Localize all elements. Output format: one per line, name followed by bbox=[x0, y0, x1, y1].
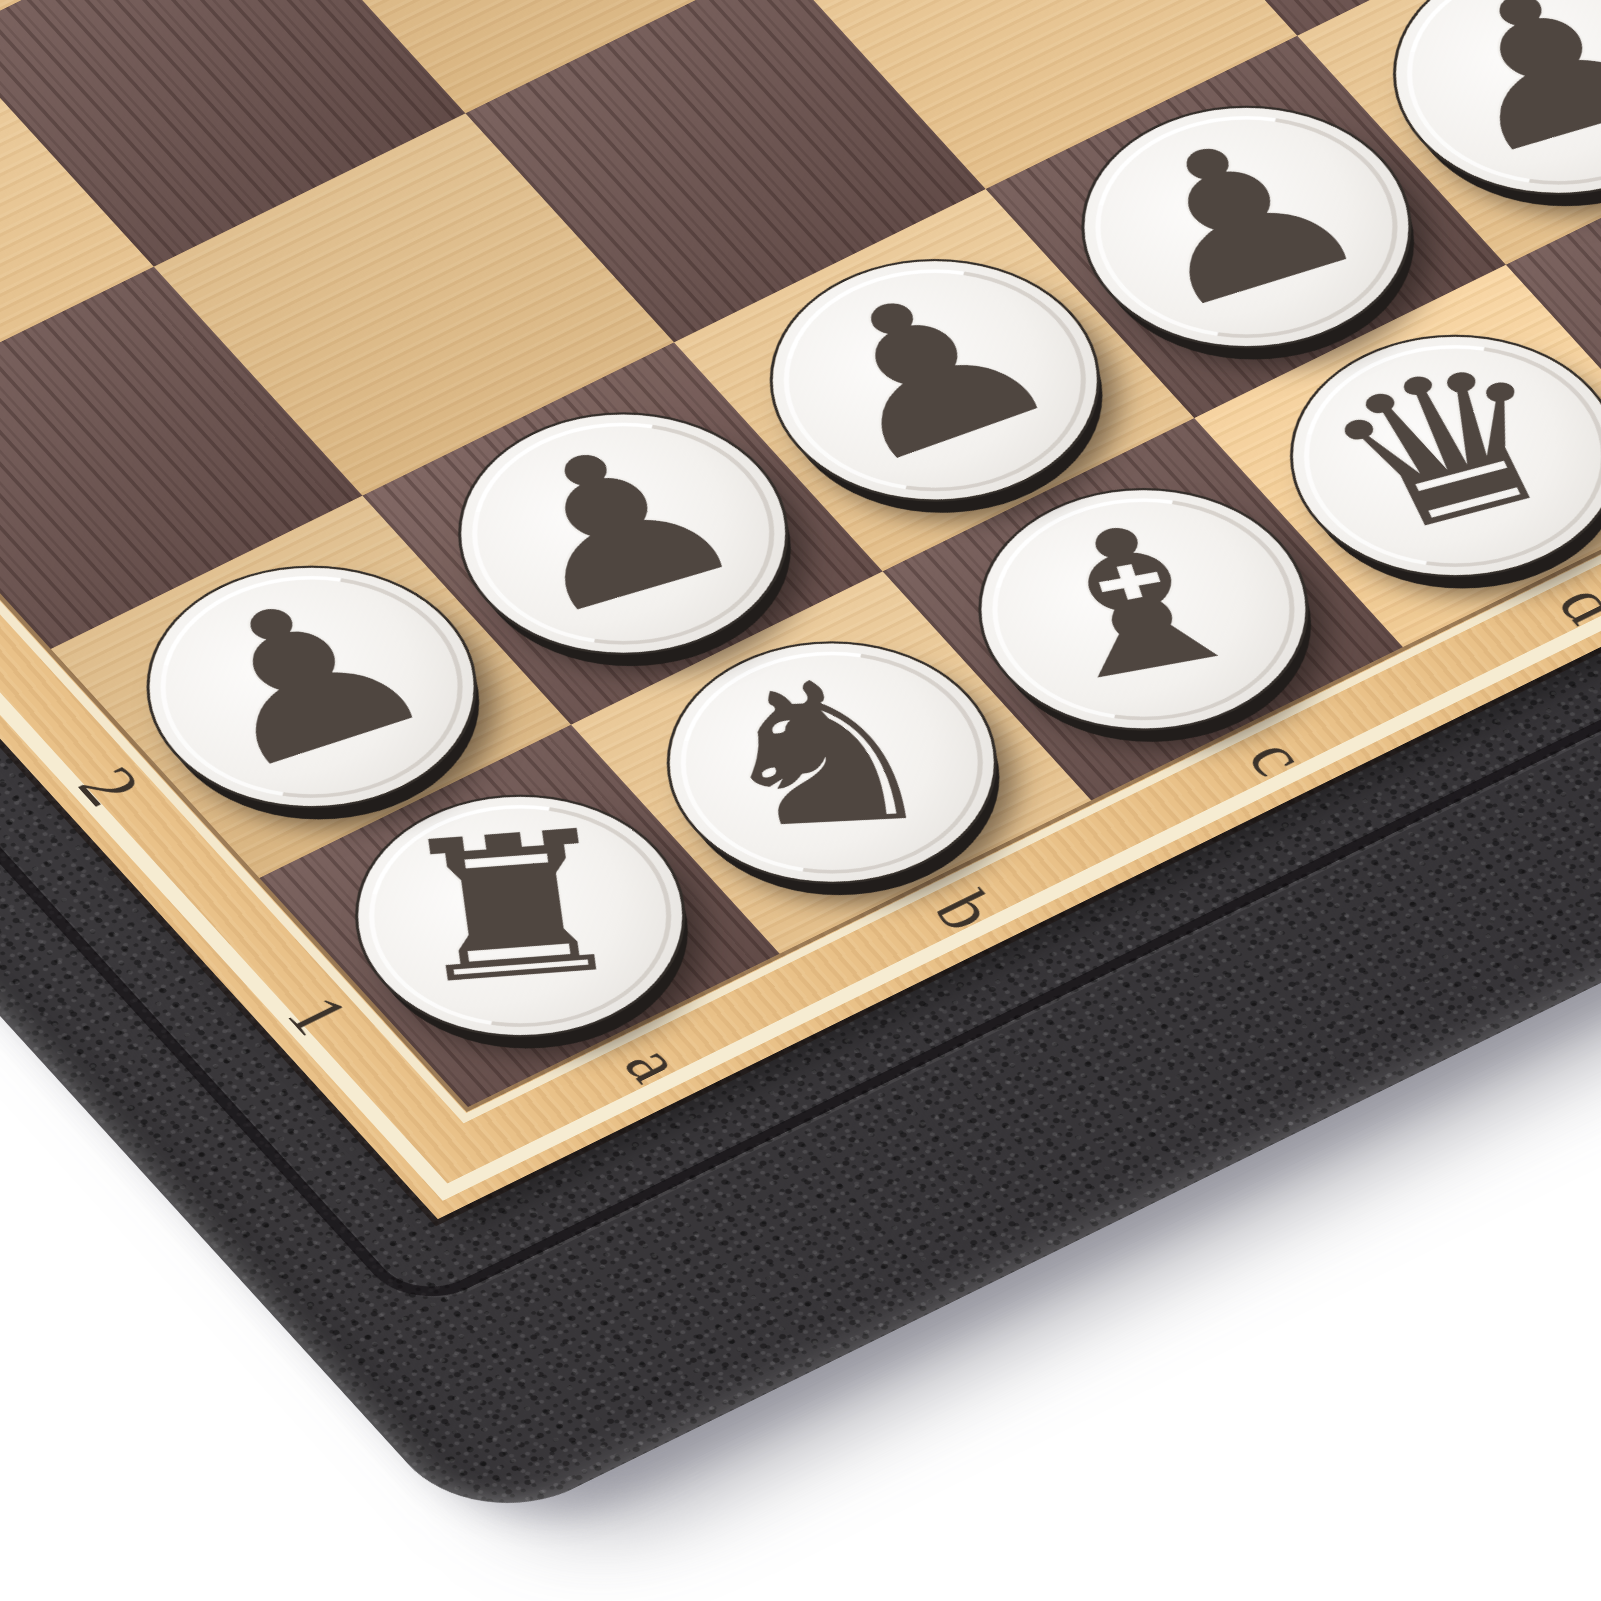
rank-label-2: 2 bbox=[65, 757, 154, 814]
board-frame: 12345678abcdefgh♜♞♝♛♟♟♟♟♟ bbox=[0, 0, 1601, 1537]
bishop-glyph: ♝ bbox=[988, 486, 1282, 717]
rook-glyph: ♜ bbox=[381, 802, 644, 1013]
rank-label-1: 1 bbox=[274, 986, 363, 1043]
knight-glyph: ♞ bbox=[696, 651, 951, 857]
file-label-d: d bbox=[1545, 575, 1601, 632]
file-label-b: b bbox=[922, 882, 1011, 939]
file-label-c: c bbox=[1235, 730, 1321, 784]
photo-scene: 12345678abcdefgh♜♞♝♛♟♟♟♟♟ bbox=[0, 0, 1601, 1601]
file-label-a: a bbox=[611, 1037, 697, 1091]
queen-glyph: ♛ bbox=[1290, 327, 1601, 569]
